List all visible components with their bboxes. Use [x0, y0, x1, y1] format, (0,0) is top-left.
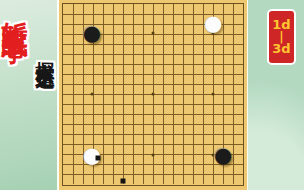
board-cell: [63, 34, 73, 44]
board-cell: [233, 34, 243, 44]
board-cell: [123, 114, 133, 124]
board-cell: [163, 64, 173, 74]
board-cell: [173, 84, 183, 94]
board-cell: [233, 24, 243, 34]
board-cell: [133, 84, 143, 94]
board-cell: [93, 84, 103, 94]
board-cell: [163, 74, 173, 84]
board-cell: [153, 94, 163, 104]
board-cell: [63, 164, 73, 174]
board-cell: [193, 114, 203, 124]
board-cell: [193, 64, 203, 74]
board-cell: [93, 54, 103, 64]
board-cell: [133, 74, 143, 84]
board-cell: [113, 84, 123, 94]
board-cell: [203, 14, 213, 24]
board-cell: [173, 164, 183, 174]
board-cell: [73, 34, 83, 44]
board-cell: [183, 164, 193, 174]
board-cell: [153, 124, 163, 134]
board-cell: [163, 144, 173, 154]
board-cell: [213, 44, 223, 54]
board-cell: [63, 124, 73, 134]
board-cell: [193, 84, 203, 94]
board-cell: [103, 84, 113, 94]
board-cell: [173, 104, 183, 114]
board-cell: [223, 34, 233, 44]
board-cell: [233, 164, 243, 174]
board-cell: [83, 134, 93, 144]
board-cell: [123, 104, 133, 114]
board-cell: [173, 74, 183, 84]
board-cell: [233, 14, 243, 24]
board-cell: [123, 44, 133, 54]
board-cell: [83, 34, 93, 44]
board-cell: [93, 94, 103, 104]
board-cell: [193, 104, 203, 114]
board-cell: [163, 4, 173, 14]
board-cell: [153, 154, 163, 164]
board-cell: [73, 44, 83, 54]
board-cell: [233, 94, 243, 104]
board-cell: [153, 54, 163, 64]
board-cell: [93, 74, 103, 84]
board-cell: [73, 164, 83, 174]
board-cell: [233, 74, 243, 84]
board-cell: [233, 54, 243, 64]
star-point: [151, 32, 154, 35]
board-cell: [163, 84, 173, 94]
board-cell: [143, 124, 153, 134]
board-cell: [173, 34, 183, 44]
board-cell: [183, 124, 193, 134]
board-cell: [103, 74, 113, 84]
board-cell: [203, 44, 213, 54]
board-cell: [123, 94, 133, 104]
board-cell: [83, 4, 93, 14]
board-cell: [143, 44, 153, 54]
board-cell: [93, 4, 103, 14]
board-cell: [223, 64, 233, 74]
board-cell: [73, 14, 83, 24]
board-cell: [73, 94, 83, 104]
board-cell: [63, 14, 73, 24]
board-cell: [233, 114, 243, 124]
board-cell: [213, 164, 223, 174]
board-cell: [123, 34, 133, 44]
rank-badge-bottom: 3d: [272, 42, 290, 56]
board-cell: [93, 144, 103, 154]
board-cell: [213, 94, 223, 104]
board-cell: [73, 104, 83, 114]
board-cell: [203, 164, 213, 174]
board-cell: [123, 134, 133, 144]
board-cell: [123, 154, 133, 164]
board-cell: [73, 144, 83, 154]
marker-square: [96, 155, 101, 160]
board-cell: [233, 144, 243, 154]
board-cell: [213, 64, 223, 74]
board-cell: [133, 124, 143, 134]
board-cell: [63, 114, 73, 124]
board-cell: [143, 74, 153, 84]
board-cell: [93, 44, 103, 54]
board-cell: [153, 74, 163, 84]
board-cell: [93, 104, 103, 114]
board-cell: [173, 64, 183, 74]
board-cell: [223, 14, 233, 24]
board-cell: [73, 64, 83, 74]
board-cell: [233, 134, 243, 144]
board-cell: [213, 34, 223, 44]
board-cell: [143, 104, 153, 114]
board-cell: [213, 54, 223, 64]
board-cell: [213, 134, 223, 144]
board-cell: [83, 124, 93, 134]
board-cell: [193, 34, 203, 44]
board-cell: [163, 154, 173, 164]
board-cell: [173, 54, 183, 64]
board-cell: [93, 124, 103, 134]
board-cell: [153, 114, 163, 124]
board-cell: [103, 164, 113, 174]
board-cell: [153, 4, 163, 14]
board-cell: [123, 124, 133, 134]
board-cell: [73, 24, 83, 34]
board-cell: [83, 174, 93, 184]
star-point: [151, 93, 154, 96]
board-cell: [123, 24, 133, 34]
board-cell: [213, 124, 223, 134]
board-cell: [143, 54, 153, 64]
board-cell: [143, 34, 153, 44]
board-cell: [63, 64, 73, 74]
board-cell: [103, 4, 113, 14]
board-cell: [183, 94, 193, 104]
board-cell: [83, 14, 93, 24]
board-cell: [183, 174, 193, 184]
board-cell: [73, 124, 83, 134]
board-cell: [183, 104, 193, 114]
board-cell: [63, 74, 73, 84]
board-cell: [113, 64, 123, 74]
board-cell: [203, 134, 213, 144]
board-cell: [83, 114, 93, 124]
board-cell: [103, 134, 113, 144]
board-cell: [63, 144, 73, 154]
board-cell: [123, 84, 133, 94]
board-cell: [63, 104, 73, 114]
board-cell: [213, 114, 223, 124]
board-cell: [153, 134, 163, 144]
board-cell: [223, 44, 233, 54]
board-cell: [103, 54, 113, 64]
board-cell: [153, 174, 163, 184]
board-cell: [173, 154, 183, 164]
board-cell: [83, 54, 93, 64]
go-board: ●●●●: [57, 0, 248, 190]
board-cell: [133, 94, 143, 104]
board-cell: [223, 24, 233, 34]
board-cell: [163, 54, 173, 64]
star-point: [90, 93, 93, 96]
board-cell: [213, 104, 223, 114]
board-cell: [173, 14, 183, 24]
board-cell: [103, 44, 113, 54]
board-cell: [203, 64, 213, 74]
board-cell: [193, 134, 203, 144]
board-cell: [183, 34, 193, 44]
board-cell: [213, 74, 223, 84]
board-cell: [183, 144, 193, 154]
board-cell: [183, 154, 193, 164]
board-cell: [223, 114, 233, 124]
board-cell: [83, 44, 93, 54]
board-cell: [203, 34, 213, 44]
board-cell: [203, 4, 213, 14]
rank-badge: 1d | 3d: [267, 9, 296, 65]
board-cell: [113, 104, 123, 114]
board-cell: [123, 64, 133, 74]
board-cell: [193, 4, 203, 14]
board-cell: [153, 84, 163, 94]
board-cell: [113, 164, 123, 174]
board-cell: [163, 14, 173, 24]
board-cell: [143, 164, 153, 174]
board-cell: [183, 14, 193, 24]
board-cell: [163, 114, 173, 124]
banner-text-secondary: 探索棋之正道: [36, 46, 55, 58]
board-cell: [183, 54, 193, 64]
board-cell: [93, 34, 103, 44]
board-cell: [93, 64, 103, 74]
board-cell: [223, 54, 233, 64]
board-cell: [153, 64, 163, 74]
board-cell: [173, 124, 183, 134]
board-cell: [233, 4, 243, 14]
board-cell: [193, 164, 203, 174]
board-cell: [73, 74, 83, 84]
board-cell: [113, 74, 123, 84]
board-cell: [213, 174, 223, 184]
board-cell: [73, 154, 83, 164]
board-cell: [183, 24, 193, 34]
board-cell: [133, 54, 143, 64]
marker-square: [120, 178, 125, 183]
board-cell: [93, 164, 103, 174]
board-cell: [143, 4, 153, 14]
board-cell: [73, 4, 83, 14]
board-cell: [113, 114, 123, 124]
board-cell: [163, 174, 173, 184]
board-cell: [173, 174, 183, 184]
board-cell: [223, 124, 233, 134]
star-point: [212, 154, 215, 157]
board-cell: [193, 124, 203, 134]
board-cell: [183, 134, 193, 144]
board-cell: [153, 144, 163, 154]
board-cell: [233, 154, 243, 164]
board-cell: [173, 144, 183, 154]
board-cell: [233, 64, 243, 74]
board-cell: [143, 14, 153, 24]
board-cell: [103, 124, 113, 134]
board-cell: [103, 174, 113, 184]
board-cell: [213, 14, 223, 24]
board-cell: [133, 14, 143, 24]
board-cell: [123, 14, 133, 24]
board-cell: [143, 134, 153, 144]
board-cell: [163, 44, 173, 54]
board-cell: [163, 24, 173, 34]
board-cell: [133, 174, 143, 184]
board-cell: [223, 4, 233, 14]
board-cell: [113, 124, 123, 134]
board-cell: [163, 94, 173, 104]
board-cell: [103, 34, 113, 44]
board-cell: [143, 64, 153, 74]
board-cell: [113, 44, 123, 54]
board-cell: [93, 14, 103, 24]
board-cell: [103, 24, 113, 34]
board-cell: [193, 14, 203, 24]
board-cell: [223, 154, 233, 164]
board-cell: [183, 4, 193, 14]
board-cell: [233, 124, 243, 134]
board-cell: [163, 34, 173, 44]
board-cell: [133, 4, 143, 14]
board-cell: [63, 94, 73, 104]
star-point: [212, 93, 215, 96]
board-cell: [93, 114, 103, 124]
board-cell: [103, 64, 113, 74]
board-cell: [63, 134, 73, 144]
board-cell: [63, 4, 73, 14]
board-cell: [133, 164, 143, 174]
board-cell: [103, 154, 113, 164]
board-cell: [183, 114, 193, 124]
board-cell: [223, 164, 233, 174]
board-cell: [123, 74, 133, 84]
board-cell: [113, 34, 123, 44]
board-cell: [203, 144, 213, 154]
board-cell: [123, 4, 133, 14]
board-cell: [133, 144, 143, 154]
board-cell: [223, 84, 233, 94]
board-cell: [233, 84, 243, 94]
board-cell: [83, 104, 93, 114]
board-cell: [63, 24, 73, 34]
board-cell: [63, 54, 73, 64]
board-cell: [173, 134, 183, 144]
board-cell: [73, 84, 83, 94]
board-cell: [93, 24, 103, 34]
board-cell: [63, 154, 73, 164]
board-cell: [63, 44, 73, 54]
board-cell: [203, 114, 213, 124]
board-cell: [183, 84, 193, 94]
board-cell: [173, 24, 183, 34]
board-cell: [173, 44, 183, 54]
star-point: [151, 154, 154, 157]
board-cell: [123, 164, 133, 174]
board-cell: [203, 174, 213, 184]
board-cell: [223, 134, 233, 144]
board-cell: [113, 134, 123, 144]
board-cell: [203, 104, 213, 114]
board-cell: [133, 64, 143, 74]
board-cell: [113, 24, 123, 34]
board-cell: [233, 174, 243, 184]
board-cell: [193, 24, 203, 34]
board-cell: [193, 154, 203, 164]
board-cell: [223, 144, 233, 154]
board-cell: [193, 44, 203, 54]
board-cell: [73, 174, 83, 184]
board-cell: [73, 54, 83, 64]
board-cell: [113, 14, 123, 24]
board-cell: [113, 144, 123, 154]
board-cell: [163, 134, 173, 144]
board-cell: [73, 134, 83, 144]
board-cell: [193, 144, 203, 154]
board-cell: [83, 164, 93, 174]
board-cell: [203, 54, 213, 64]
board-cell: [143, 174, 153, 184]
board-cell: [223, 74, 233, 84]
board-cell: [133, 134, 143, 144]
board-cell: [223, 104, 233, 114]
board-cell: [183, 64, 193, 74]
board-cell: [103, 114, 113, 124]
board-cell: [163, 124, 173, 134]
board-cell: [223, 94, 233, 104]
video-thumbnail[interactable]: 斩断实战恶手 探索棋之正道 ●●●● 1d | 3d: [0, 0, 304, 190]
board-cell: [133, 104, 143, 114]
board-cell: [83, 74, 93, 84]
board-cell: [193, 74, 203, 84]
board-cell: [113, 4, 123, 14]
board-cell: [233, 44, 243, 54]
board-cell: [153, 44, 163, 54]
board-cell: [173, 4, 183, 14]
board-cell: [153, 164, 163, 174]
board-cell: [233, 104, 243, 114]
board-cell: [223, 174, 233, 184]
board-cell: [83, 64, 93, 74]
board-cell: [103, 104, 113, 114]
board-cell: [133, 34, 143, 44]
board-cell: [143, 94, 153, 104]
board-cell: [173, 114, 183, 124]
star-point: [212, 32, 215, 35]
board-cell: [203, 94, 213, 104]
board-cell: [103, 94, 113, 104]
board-cell: [203, 74, 213, 84]
board-cell: [153, 14, 163, 24]
board-cell: [123, 144, 133, 154]
board-cell: [193, 94, 203, 104]
board-cell: [163, 104, 173, 114]
board-cell: [153, 34, 163, 44]
board-cell: [133, 24, 143, 34]
board-cell: [193, 174, 203, 184]
board-cell: [173, 94, 183, 104]
board-cell: [183, 44, 193, 54]
board-cell: [113, 94, 123, 104]
board-cell: [103, 14, 113, 24]
board-cell: [73, 114, 83, 124]
